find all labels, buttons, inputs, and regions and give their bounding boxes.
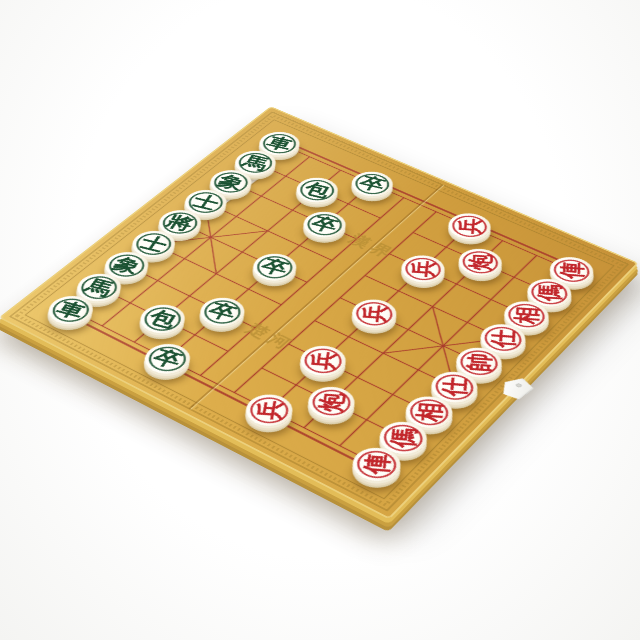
- photo-background: 楚河 漢界 車馬象士將士象馬車包包卒卒卒卒卒兵兵兵兵兵炮炮俥傌相仕帥仕相傌俥: [0, 0, 640, 640]
- piece-glyph: 仕: [489, 329, 517, 348]
- piece-glyph: 車: [53, 299, 88, 321]
- piece-glyph: 卒: [205, 301, 240, 323]
- piece-glyph: 仕: [439, 377, 468, 397]
- board-grid: 車馬象士將士象馬車包包卒卒卒卒卒兵兵兵兵兵炮炮俥傌相仕帥仕相傌俥: [40, 128, 599, 488]
- piece-glyph: 兵: [360, 304, 389, 323]
- piece-glyph: 象: [109, 255, 143, 276]
- piece-glyph: 傌: [388, 427, 418, 448]
- piece-glyph: 包: [301, 180, 333, 199]
- piece-glyph: 兵: [456, 218, 482, 235]
- piece-glyph: 相: [414, 402, 444, 423]
- piece-glyph: 士: [136, 234, 170, 255]
- piece-glyph: 馬: [81, 277, 116, 299]
- piece-glyph: 卒: [258, 257, 291, 278]
- piece-glyph: 相: [512, 306, 539, 325]
- piece-glyph: 兵: [409, 260, 436, 278]
- piece-glyph: 包: [145, 308, 180, 330]
- piece-glyph: 卒: [149, 347, 185, 370]
- piece-glyph: 傌: [535, 283, 562, 301]
- piece-glyph: 象: [214, 173, 246, 192]
- piece-glyph: 士: [189, 193, 222, 213]
- piece-glyph: 俥: [558, 262, 584, 280]
- piece-glyph: 炮: [316, 392, 346, 413]
- piece-glyph: 兵: [253, 400, 284, 421]
- piece-glyph: 車: [264, 134, 295, 152]
- piece-glyph: 兵: [308, 351, 338, 371]
- piece-glyph: 炮: [466, 253, 493, 271]
- piece-glyph: 馬: [239, 153, 271, 172]
- piece-glyph: 卒: [356, 174, 387, 193]
- piece-glyph: 卒: [308, 214, 340, 234]
- piece-glyph: 將: [163, 213, 196, 233]
- piece-glyph: 帥: [464, 353, 492, 373]
- xiangqi-board: 楚河 漢界 車馬象士將士象馬車包包卒卒卒卒卒兵兵兵兵兵炮炮俥傌相仕帥仕相傌俥: [0, 106, 639, 519]
- piece-glyph: 俥: [361, 453, 392, 475]
